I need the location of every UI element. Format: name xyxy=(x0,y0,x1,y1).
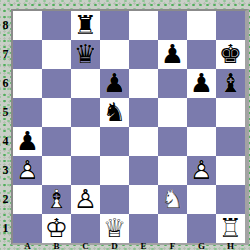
square-g1[interactable] xyxy=(187,214,216,243)
square-g8[interactable] xyxy=(187,11,216,40)
square-h8[interactable] xyxy=(216,11,245,40)
piece-white-bishop[interactable]: ♝♗ xyxy=(42,185,71,214)
square-e3[interactable] xyxy=(129,156,158,185)
piece-glyph-over: ♗ xyxy=(42,185,71,214)
piece-black-knight[interactable]: ♘♞ xyxy=(100,98,129,127)
square-b4[interactable] xyxy=(42,127,71,156)
piece-white-pawn[interactable]: ♟♙ xyxy=(187,156,216,185)
piece-black-queen[interactable]: ♕♛ xyxy=(71,40,100,69)
piece-black-king[interactable]: ♔♚ xyxy=(216,40,245,69)
square-h3[interactable] xyxy=(216,156,245,185)
rank-label-6: 6 xyxy=(0,69,11,98)
piece-glyph-over: ♛ xyxy=(71,40,100,69)
square-f7[interactable]: ♙♟ xyxy=(158,40,187,69)
rank-label-1: 1 xyxy=(0,214,11,243)
square-h5[interactable] xyxy=(216,98,245,127)
piece-glyph-over: ♙ xyxy=(187,156,216,185)
square-a7[interactable] xyxy=(13,40,42,69)
square-c2[interactable]: ♟♙ xyxy=(71,185,100,214)
square-d6[interactable]: ♙♟ xyxy=(100,69,129,98)
file-label-d: D xyxy=(100,242,129,250)
piece-black-rook[interactable]: ♖♜ xyxy=(71,11,100,40)
piece-glyph-over: ♙ xyxy=(13,156,42,185)
square-h2[interactable] xyxy=(216,185,245,214)
piece-white-pawn[interactable]: ♟♙ xyxy=(71,185,100,214)
rank-label-3: 3 xyxy=(0,156,11,185)
piece-glyph-over: ♟ xyxy=(100,69,129,98)
piece-white-queen[interactable]: ♛♕ xyxy=(100,214,129,243)
rank-labels: 87654321 xyxy=(0,11,11,243)
square-a3[interactable]: ♟♙ xyxy=(13,156,42,185)
square-b5[interactable] xyxy=(42,98,71,127)
rank-label-2: 2 xyxy=(0,185,11,214)
rank-label-8: 8 xyxy=(0,11,11,40)
piece-glyph-over: ♖ xyxy=(216,214,245,243)
square-c3[interactable] xyxy=(71,156,100,185)
square-a4[interactable]: ♙♟ xyxy=(13,127,42,156)
square-d5[interactable]: ♘♞ xyxy=(100,98,129,127)
square-c8[interactable]: ♖♜ xyxy=(71,11,100,40)
piece-black-pawn[interactable]: ♙♟ xyxy=(13,127,42,156)
file-label-c: C xyxy=(71,242,100,250)
square-g5[interactable] xyxy=(187,98,216,127)
square-e6[interactable] xyxy=(129,69,158,98)
piece-black-pawn[interactable]: ♙♟ xyxy=(100,69,129,98)
piece-glyph-over: ♟ xyxy=(187,69,216,98)
square-f2[interactable]: ♞♘ xyxy=(158,185,187,214)
rank-label-5: 5 xyxy=(0,98,11,127)
file-labels: ABCDEFGH xyxy=(13,242,245,250)
piece-black-pawn[interactable]: ♙♟ xyxy=(187,69,216,98)
square-e5[interactable] xyxy=(129,98,158,127)
piece-black-bishop[interactable]: ♗♝ xyxy=(216,69,245,98)
square-c6[interactable] xyxy=(71,69,100,98)
file-label-f: F xyxy=(158,242,187,250)
piece-black-pawn[interactable]: ♙♟ xyxy=(158,40,187,69)
piece-glyph-over: ♟ xyxy=(13,127,42,156)
piece-white-pawn[interactable]: ♟♙ xyxy=(13,156,42,185)
file-label-a: A xyxy=(13,242,42,250)
square-g3[interactable]: ♟♙ xyxy=(187,156,216,185)
square-e2[interactable] xyxy=(129,185,158,214)
piece-glyph-over: ♕ xyxy=(100,214,129,243)
file-label-g: G xyxy=(187,242,216,250)
square-f5[interactable] xyxy=(158,98,187,127)
piece-glyph-over: ♔ xyxy=(42,214,71,243)
square-b3[interactable] xyxy=(42,156,71,185)
square-f6[interactable] xyxy=(158,69,187,98)
square-g6[interactable]: ♙♟ xyxy=(187,69,216,98)
chess-app-window: 87654321 ♖♜♕♛♙♟♔♚♙♟♙♟♗♝♘♞♙♟♟♙♟♙♝♗♟♙♞♘♚♔♛… xyxy=(0,0,250,250)
square-f8[interactable] xyxy=(158,11,187,40)
piece-glyph-over: ♞ xyxy=(100,98,129,127)
square-g7[interactable] xyxy=(187,40,216,69)
square-b7[interactable] xyxy=(42,40,71,69)
file-label-h: H xyxy=(216,242,245,250)
square-b8[interactable] xyxy=(42,11,71,40)
piece-glyph-over: ♝ xyxy=(216,69,245,98)
square-c7[interactable]: ♕♛ xyxy=(71,40,100,69)
square-a5[interactable] xyxy=(13,98,42,127)
file-label-e: E xyxy=(129,242,158,250)
square-f3[interactable] xyxy=(158,156,187,185)
piece-glyph-over: ♚ xyxy=(216,40,245,69)
square-d3[interactable] xyxy=(100,156,129,185)
piece-glyph-over: ♟ xyxy=(158,40,187,69)
square-a1[interactable] xyxy=(13,214,42,243)
rank-label-4: 4 xyxy=(0,127,11,156)
square-a8[interactable] xyxy=(13,11,42,40)
square-d8[interactable] xyxy=(100,11,129,40)
square-c5[interactable] xyxy=(71,98,100,127)
square-f1[interactable] xyxy=(158,214,187,243)
square-e7[interactable] xyxy=(129,40,158,69)
square-e8[interactable] xyxy=(129,11,158,40)
square-b1[interactable]: ♚♔ xyxy=(42,214,71,243)
square-a6[interactable] xyxy=(13,69,42,98)
piece-white-knight[interactable]: ♞♘ xyxy=(158,185,187,214)
square-g4[interactable] xyxy=(187,127,216,156)
square-g2[interactable] xyxy=(187,185,216,214)
square-d4[interactable] xyxy=(100,127,129,156)
file-label-b: B xyxy=(42,242,71,250)
square-h6[interactable]: ♗♝ xyxy=(216,69,245,98)
piece-glyph-over: ♘ xyxy=(158,185,187,214)
square-c1[interactable] xyxy=(71,214,100,243)
square-e4[interactable] xyxy=(129,127,158,156)
square-d1[interactable]: ♛♕ xyxy=(100,214,129,243)
square-b2[interactable]: ♝♗ xyxy=(42,185,71,214)
square-e1[interactable] xyxy=(129,214,158,243)
piece-white-rook[interactable]: ♜♖ xyxy=(216,214,245,243)
square-d7[interactable] xyxy=(100,40,129,69)
piece-glyph-over: ♜ xyxy=(71,11,100,40)
chess-board: ♖♜♕♛♙♟♔♚♙♟♙♟♗♝♘♞♙♟♟♙♟♙♝♗♟♙♞♘♚♔♛♕♜♖ xyxy=(13,11,245,243)
square-h1[interactable]: ♜♖ xyxy=(216,214,245,243)
square-c4[interactable] xyxy=(71,127,100,156)
square-h7[interactable]: ♔♚ xyxy=(216,40,245,69)
square-a2[interactable] xyxy=(13,185,42,214)
square-d2[interactable] xyxy=(100,185,129,214)
rank-label-7: 7 xyxy=(0,40,11,69)
piece-glyph-over: ♙ xyxy=(71,185,100,214)
square-h4[interactable] xyxy=(216,127,245,156)
square-b6[interactable] xyxy=(42,69,71,98)
board-frame: ♖♜♕♛♙♟♔♚♙♟♙♟♗♝♘♞♙♟♟♙♟♙♝♗♟♙♞♘♚♔♛♕♜♖ xyxy=(11,9,249,245)
square-f4[interactable] xyxy=(158,127,187,156)
piece-white-king[interactable]: ♚♔ xyxy=(42,214,71,243)
